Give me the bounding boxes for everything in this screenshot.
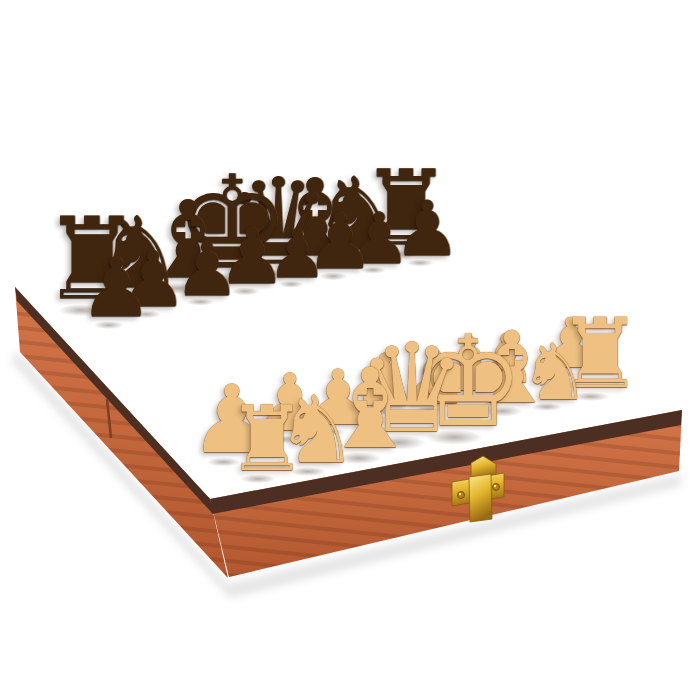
chess-box-photo-scene: ♜♞♟♝♟♛♟♚♟♝♟♞♟♜♟♟♟♟♟♜♞♟♟♝♟♟♚♛♝♟♞♜: [0, 0, 700, 700]
piece-black-pawn-a7[interactable]: ♟: [79, 247, 153, 329]
pieces-layer: ♜♞♟♝♟♛♟♚♟♝♟♞♟♜♟♟♟♟♟♜♞♟♟♝♟♟♚♛♝♟♞♜: [0, 0, 700, 700]
piece-white-rook-a1[interactable]: ♜: [227, 394, 308, 484]
